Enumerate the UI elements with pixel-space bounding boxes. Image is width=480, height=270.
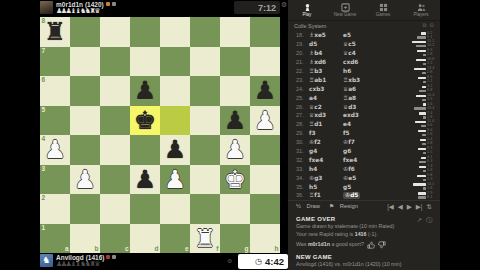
time-bar [419, 161, 426, 163]
time-bar [412, 41, 426, 43]
top-player-clock: 7:12 [234, 1, 280, 14]
move-black[interactable]: cxd6 [343, 59, 377, 65]
move-row: 18.♗xe5e54.29.1 [288, 31, 440, 40]
time-bar [423, 54, 426, 56]
move-row: 29.f3f58.42.6 [288, 129, 440, 138]
move-black[interactable]: e4 [343, 121, 377, 127]
black-pawn-h6[interactable]: ♟ [250, 76, 280, 106]
info-icon[interactable]: ⓘ [426, 217, 432, 223]
tab-bar: Play New Game Games [288, 0, 440, 21]
move-row: 22.♖b3h613.42.8 [288, 67, 440, 76]
square-e2[interactable] [160, 194, 190, 224]
move-row: 23.♖ab1♖xb38.92.1 [288, 75, 440, 84]
move-row: 33.h4♔f67.41.6 [288, 164, 440, 173]
square-e1[interactable]: e [160, 224, 190, 254]
game-over-title: GAME OVER [296, 216, 335, 223]
move-number: 31. [296, 148, 309, 154]
move-white[interactable]: ♔f2 [309, 139, 343, 145]
file-label-c: c [125, 246, 129, 253]
move-black-current[interactable]: ♔d5 [343, 192, 360, 199]
move-row: 20.♗b4♕c49.31.8 [288, 49, 440, 58]
file-label-b: b [95, 246, 99, 253]
move-number: 20. [296, 50, 309, 56]
time-bar [418, 192, 426, 194]
square-b6[interactable] [70, 76, 100, 106]
tab-play[interactable]: Play [288, 0, 326, 20]
share-icon[interactable]: ↗ [417, 217, 422, 223]
square-a3[interactable]: 3 [40, 165, 70, 195]
move-number: 21. [296, 59, 309, 65]
square-e8[interactable] [160, 17, 190, 47]
move-black[interactable]: ♕c5 [343, 41, 377, 47]
move-black[interactable]: e5 [343, 32, 377, 38]
move-row: 34.♔g3♔e59.82.3 [288, 173, 440, 182]
move-time-indicator: 4.29.1 [409, 32, 435, 40]
square-g1[interactable]: g [220, 224, 250, 254]
move-number: 23. [296, 77, 309, 83]
board: 8♜76♟♟5♚♟♟4♟♟♟3♟♟♟♚21abcdef♜gh [40, 17, 280, 253]
time-bar [418, 130, 426, 132]
game-controls: ½ Draw ⚑ Resign |◀ ◀ ▶ ▶| ⇅ [288, 200, 440, 213]
square-f3[interactable] [190, 165, 220, 195]
move-white[interactable]: h5 [309, 184, 343, 190]
black-pawn-d6[interactable]: ♟ [130, 76, 160, 106]
move-time-indicator: 15.210.2 [409, 41, 435, 49]
new-game-matchup: Anvilogd (1416) vs. m0r1d1n (1420) (10 m… [296, 261, 432, 269]
move-time-indicator: 9.31.8 [409, 49, 435, 57]
move-black[interactable]: ♕a6 [343, 86, 377, 92]
opening-row: Colle System ⧉ ⊙ [288, 21, 440, 31]
move-white[interactable]: g4 [309, 148, 343, 154]
time-bar [417, 50, 426, 52]
white-pawn-h5[interactable]: ♟ [250, 106, 280, 136]
time-bar [423, 179, 426, 181]
time-bar [416, 59, 426, 61]
captured-pieces-by-white: ♟♟♟♝♝♞♞♜♛ [56, 261, 116, 269]
time-bar [417, 175, 426, 177]
move-number: 35. [296, 184, 309, 190]
bottom-clock-time: 4:42 [265, 256, 284, 267]
time-bar [418, 77, 426, 79]
white-pawn-g4[interactable]: ♟ [220, 135, 250, 165]
move-black[interactable]: ♖xb3 [343, 77, 377, 83]
move-number: 27. [296, 112, 309, 118]
time-bar [423, 63, 426, 65]
square-a6[interactable]: 6 [40, 76, 70, 106]
move-number: 18. [296, 32, 309, 38]
pawn-icon [303, 3, 312, 12]
move-black[interactable]: ♕c4 [343, 50, 377, 56]
square-a8[interactable]: 8♜ [40, 17, 70, 47]
move-row: 26.♕c2♕d31.613.4 [288, 102, 440, 111]
move-white[interactable]: f3 [309, 130, 343, 136]
top-player-avatar[interactable] [40, 1, 53, 14]
flip-board-icon[interactable]: ⇅ [427, 204, 432, 211]
move-white[interactable]: d5 [309, 41, 343, 47]
move-time-indicator: 7.41.6 [409, 165, 435, 173]
move-black[interactable]: ♕d3 [343, 104, 377, 110]
rank-label-6: 6 [42, 77, 46, 84]
black-pawn-e4[interactable]: ♟ [160, 135, 190, 165]
square-a4[interactable]: 4♟ [40, 135, 70, 165]
square-h5[interactable]: ♟ [250, 106, 280, 136]
square-b7[interactable] [70, 47, 100, 77]
square-b1[interactable]: b [70, 224, 100, 254]
move-row: 32.fxe4fxe44.16.3 [288, 155, 440, 164]
rank-label-7: 7 [42, 48, 46, 55]
move-black[interactable]: f5 [343, 130, 377, 136]
settings-icon[interactable]: ⚙ [227, 258, 232, 264]
resign-flag-icon: ⚑ [329, 204, 334, 210]
nav-prev-move-button[interactable]: ◀ [398, 204, 403, 211]
white-pawn-b3[interactable]: ♟ [70, 165, 100, 195]
close-icon[interactable]: ⊙ [429, 23, 434, 29]
move-white[interactable]: ♗xd6 [309, 59, 343, 65]
resign-button[interactable]: ⚑ Resign [329, 204, 358, 210]
square-a5[interactable]: 5 [40, 106, 70, 136]
tab-players[interactable]: Players [402, 0, 440, 20]
square-f1[interactable]: f♜ [190, 224, 220, 254]
move-time-indicator: 4.16.3 [409, 156, 435, 164]
time-bar [423, 170, 426, 172]
move-list: 18.♗xe5e54.29.119.d5♕c515.210.220.♗b4♕c4… [288, 31, 440, 200]
move-black[interactable]: ♔e5 [343, 175, 377, 181]
white-king-g3[interactable]: ♚ [220, 165, 250, 195]
move-time-indicator: 9.82.3 [409, 174, 435, 182]
rank-label-2: 2 [42, 195, 46, 202]
move-time-indicator: 3.26.8 [409, 85, 435, 93]
gear-icon[interactable]: ⚙ [281, 1, 287, 8]
black-king-d5[interactable]: ♚ [130, 106, 160, 136]
file-label-a: a [65, 246, 69, 253]
move-time-indicator: 8.42.6 [409, 129, 435, 137]
move-time-indicator: 5.43.8 [409, 138, 435, 146]
square-f7[interactable] [190, 47, 220, 77]
square-c3[interactable] [100, 165, 130, 195]
time-bar [420, 139, 426, 141]
move-black[interactable]: h6 [343, 68, 377, 74]
square-b2[interactable] [70, 194, 100, 224]
white-pawn-a4[interactable]: ♟ [40, 135, 70, 165]
file-label-e: e [185, 246, 189, 253]
square-a1[interactable]: 1a [40, 224, 70, 254]
rating-change-text: Your new Rapid rating is 1416 (-1). [296, 231, 432, 239]
move-time-indicator: 10.43.3 [409, 94, 435, 102]
square-b4[interactable] [70, 135, 100, 165]
time-bar [416, 45, 426, 47]
square-f6[interactable] [190, 76, 220, 106]
thumbs-up-icon[interactable] [367, 241, 375, 249]
move-time-indicator: 8.92.1 [409, 76, 435, 84]
bottom-player-avatar[interactable]: ♞ [40, 254, 53, 267]
game-result-text: Game drawn by stalemate (10 min Rated) [296, 223, 432, 231]
square-h1[interactable]: h [250, 224, 280, 254]
flair-badge [106, 255, 110, 259]
time-bar [413, 183, 426, 185]
thumbs-down-icon[interactable] [378, 241, 386, 249]
time-bar [422, 134, 426, 136]
new-game-icon [341, 3, 350, 12]
move-number: 22. [296, 68, 309, 74]
time-bar [423, 81, 426, 83]
time-bar [416, 95, 426, 97]
move-white[interactable]: a4 [309, 95, 343, 101]
square-c6[interactable] [100, 76, 130, 106]
nav-first-move-button[interactable]: |◀ [387, 204, 394, 211]
time-bar [423, 103, 426, 105]
panel-icon[interactable]: ⧉ [422, 23, 426, 29]
time-bar [423, 187, 426, 189]
move-white[interactable]: ♕c2 [309, 104, 343, 110]
square-h7[interactable] [250, 47, 280, 77]
move-black[interactable]: fxe4 [343, 157, 377, 163]
move-time-indicator: 8.31.5 [409, 147, 435, 155]
move-time-indicator: 10.61.5 [409, 58, 435, 66]
time-bar [418, 148, 426, 150]
black-pawn-d3[interactable]: ♟ [130, 165, 160, 195]
move-number: 28. [296, 121, 309, 127]
square-g6[interactable] [220, 76, 250, 106]
time-value: 3.3 [427, 98, 435, 102]
square-f2[interactable] [190, 194, 220, 224]
square-a2[interactable]: 2 [40, 194, 70, 224]
move-row: 25.a4♖a810.43.3 [288, 93, 440, 102]
square-g8[interactable] [220, 17, 250, 47]
move-row: 35.h5g514.11.6 [288, 182, 440, 191]
square-h8[interactable] [250, 17, 280, 47]
time-bar [421, 32, 426, 34]
square-f4[interactable] [190, 135, 220, 165]
square-d5[interactable]: ♚ [130, 106, 160, 136]
time-value: 8.1 [427, 196, 435, 200]
captured-pieces-by-black: ♟♟♟♝♝♞♞♜♛ [56, 8, 116, 16]
move-row: 21.♗xd6cxd610.61.5 [288, 58, 440, 67]
move-time-indicator: 11.43.6 [409, 121, 435, 129]
move-time-indicator: 13.42.8 [409, 67, 435, 75]
square-g2[interactable] [220, 194, 250, 224]
move-white[interactable]: ♖b3 [309, 68, 343, 74]
nav-last-move-button[interactable]: ▶| [416, 204, 423, 211]
new-game-title: NEW GAME [296, 254, 432, 261]
square-g7[interactable] [220, 47, 250, 77]
white-pawn-e3[interactable]: ♟ [160, 165, 190, 195]
move-row: 30.♔f2♔f75.43.8 [288, 138, 440, 147]
square-d3[interactable]: ♟ [130, 165, 160, 195]
move-black[interactable]: ♔f6 [343, 166, 377, 172]
players-icon [417, 3, 426, 12]
move-number: 24. [296, 86, 309, 92]
tab-games[interactable]: Games [364, 0, 402, 20]
new-game-section: NEW GAME Anvilogd (1416) vs. m0r1d1n (14… [288, 251, 440, 270]
square-b5[interactable] [70, 106, 100, 136]
square-g4[interactable]: ♟ [220, 135, 250, 165]
time-bar [415, 121, 426, 123]
square-c8[interactable] [100, 17, 130, 47]
square-g5[interactable]: ♟ [220, 106, 250, 136]
square-b8[interactable] [70, 17, 100, 47]
square-d6[interactable]: ♟ [130, 76, 160, 106]
file-label-g: g [245, 246, 249, 253]
half-point-icon: ½ [296, 204, 301, 210]
square-h6[interactable]: ♟ [250, 76, 280, 106]
games-grid-icon [379, 3, 388, 12]
move-white[interactable]: cxb3 [309, 86, 343, 92]
move-row: 28.♖d1e411.43.6 [288, 120, 440, 129]
move-black[interactable]: g5 [343, 184, 377, 190]
move-number: 32. [296, 157, 309, 163]
move-number: 33. [296, 166, 309, 172]
time-value: 13.4 [427, 107, 435, 111]
square-c1[interactable]: c [100, 224, 130, 254]
time-bar [414, 107, 426, 109]
move-white[interactable]: ♖d1 [309, 121, 343, 127]
move-white[interactable]: ♖ab1 [309, 77, 343, 83]
move-row: 24.cxb3♕a63.26.8 [288, 84, 440, 93]
rank-label-5: 5 [42, 107, 46, 114]
move-white[interactable]: ♗b4 [309, 50, 343, 56]
move-white[interactable]: h4 [309, 166, 343, 172]
time-bar [419, 112, 426, 114]
black-pawn-g5[interactable]: ♟ [220, 106, 250, 136]
move-number: 36. [296, 192, 309, 198]
time-bar [422, 99, 426, 101]
move-row: 36.♖f1♔d57.98.1 [288, 191, 440, 200]
square-d1[interactable]: d [130, 224, 160, 254]
rank-label-3: 3 [42, 166, 46, 173]
square-c2[interactable] [100, 194, 130, 224]
time-bar [421, 157, 426, 159]
bottom-player-clock: ◷ 4:42 [238, 254, 288, 269]
time-bar [423, 116, 426, 118]
square-a7[interactable]: 7 [40, 47, 70, 77]
move-row: 27.♕xd3exd37.41.8 [288, 111, 440, 120]
nav-next-move-button[interactable]: ▶ [407, 204, 412, 211]
time-bar [419, 166, 426, 168]
opening-name[interactable]: Colle System [294, 23, 419, 29]
clock-icon: ◷ [255, 258, 262, 266]
move-number: 29. [296, 130, 309, 136]
good-sport-text: Was m0r1d1n a good sport? [296, 241, 364, 249]
square-d2[interactable] [130, 194, 160, 224]
move-time-indicator: 1.613.4 [409, 103, 435, 111]
time-bar [414, 68, 426, 70]
move-black[interactable]: exd3 [343, 112, 377, 118]
flair-badge [106, 2, 110, 6]
square-f8[interactable] [190, 17, 220, 47]
move-white[interactable]: ♕xd3 [309, 112, 343, 118]
square-e7[interactable] [160, 47, 190, 77]
move-black[interactable]: ♔f7 [343, 139, 377, 145]
white-rook-f1[interactable]: ♜ [190, 224, 220, 254]
sidebar: Play New Game Games [288, 0, 440, 270]
square-h4[interactable] [250, 135, 280, 165]
black-rook-a8[interactable]: ♜ [40, 17, 70, 47]
move-time-indicator: 7.98.1 [409, 192, 435, 200]
file-label-d: d [155, 246, 159, 253]
draw-button[interactable]: ½ Draw [296, 204, 320, 210]
square-d8[interactable] [130, 17, 160, 47]
time-bar [422, 86, 426, 88]
move-white[interactable]: fxe4 [309, 157, 343, 163]
square-d4[interactable] [130, 135, 160, 165]
square-c4[interactable] [100, 135, 130, 165]
square-c5[interactable] [100, 106, 130, 136]
square-g3[interactable]: ♚ [220, 165, 250, 195]
square-c7[interactable] [100, 47, 130, 77]
move-number: 19. [296, 41, 309, 47]
game-over-section: GAME OVER ↗ ⓘ Game drawn by stalemate (1… [288, 213, 440, 251]
square-e4[interactable]: ♟ [160, 135, 190, 165]
move-number: 26. [296, 104, 309, 110]
time-bar [422, 143, 426, 145]
move-number: 30. [296, 139, 309, 145]
time-bar [418, 196, 426, 198]
time-bar [421, 125, 426, 127]
time-bar [417, 36, 426, 38]
square-e3[interactable]: ♟ [160, 165, 190, 195]
square-f5[interactable] [190, 106, 220, 136]
move-row: 31.g4g68.31.5 [288, 147, 440, 156]
move-white[interactable]: ♔g3 [309, 175, 343, 181]
file-label-h: h [275, 246, 279, 253]
app-window: m0r1d1n (1420) ♟♟♟♝♝♞♞♜♛ 7:12 ⚙ 8♜76♟♟5♚… [0, 0, 480, 270]
move-black[interactable]: g6 [343, 148, 377, 154]
time-bar [422, 72, 426, 74]
time-bar [419, 90, 426, 92]
move-white[interactable]: ♖f1 [309, 192, 343, 198]
square-e5[interactable] [160, 106, 190, 136]
time-bar [423, 152, 426, 154]
tab-new-game[interactable]: New Game [326, 0, 364, 20]
move-time-indicator: 7.41.8 [409, 112, 435, 120]
move-number: 34. [296, 175, 309, 181]
flair-badge [112, 255, 116, 259]
square-d7[interactable] [130, 47, 160, 77]
move-number: 25. [296, 95, 309, 101]
square-h3[interactable] [250, 165, 280, 195]
move-row: 19.d5♕c515.210.2 [288, 40, 440, 49]
time-value: 1.6 [427, 187, 435, 191]
square-e6[interactable] [160, 76, 190, 106]
move-white[interactable]: ♗xe5 [309, 32, 343, 38]
flair-badge [112, 2, 116, 6]
move-time-indicator: 14.11.6 [409, 183, 435, 191]
square-h2[interactable] [250, 194, 280, 224]
square-b3[interactable]: ♟ [70, 165, 100, 195]
rank-label-1: 1 [42, 225, 46, 232]
move-black[interactable]: ♖a8 [343, 95, 377, 101]
